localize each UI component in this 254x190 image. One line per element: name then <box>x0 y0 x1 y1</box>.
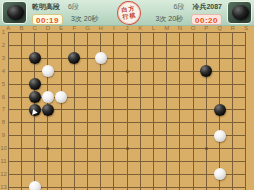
black-stone-avatar-icon <box>7 5 24 20</box>
grid-line-col-G <box>87 32 88 190</box>
black-stone-Q7 <box>214 104 226 116</box>
star-point-J4 <box>126 70 129 73</box>
row-label-12: 12 <box>0 171 7 177</box>
last-move-triangle-marker <box>30 108 37 115</box>
grid-line-col-K <box>140 32 141 190</box>
grid-line-col-J <box>127 32 128 190</box>
star-point-J10 <box>126 147 129 150</box>
black-player-rank: 6段 <box>68 2 79 12</box>
grid-line-col-A <box>8 32 9 190</box>
row-label-8: 8 <box>0 119 7 125</box>
white-stone-H3 <box>95 52 107 64</box>
go-app-window: ABCDEFGHIJKLMNOPQRS12345678910111213 乾明高… <box>0 0 254 190</box>
grid-line-row-8 <box>8 122 247 123</box>
grid-line-row-13 <box>8 187 247 188</box>
star-point-P10 <box>205 147 208 150</box>
row-label-5: 5 <box>0 81 7 87</box>
white-player-avatar-icon <box>232 5 249 20</box>
grid-line-col-B <box>21 32 22 190</box>
row-label-11: 11 <box>0 158 7 164</box>
white-player-timer: 00:20 <box>191 14 222 25</box>
black-player-avatar[interactable] <box>2 1 27 24</box>
row-label-1: 1 <box>0 29 7 35</box>
grid-line-row-1 <box>8 32 247 33</box>
white-stone-E6 <box>55 91 67 103</box>
black-player-timer: 00:19 <box>32 14 63 25</box>
white-player-byoyomi: 3次 20秒 <box>155 14 183 24</box>
black-stone-F3 <box>68 52 80 64</box>
white-player-name: 冷兵2087 <box>192 2 222 12</box>
black-player-name: 乾明高段 <box>32 2 60 12</box>
black-player-info: 乾明高段 6段 00:19 3次 20秒 <box>32 1 118 25</box>
grid-line-row-11 <box>8 161 247 162</box>
go-board[interactable]: ABCDEFGHIJKLMNOPQRS12345678910111213 <box>0 0 254 190</box>
black-stone-C3 <box>29 52 41 64</box>
black-stone-C7 <box>29 104 41 116</box>
row-label-10: 10 <box>0 145 7 151</box>
grid-line-row-12 <box>8 174 247 175</box>
white-stone-Q12 <box>214 168 226 180</box>
white-stone-Q9 <box>214 130 226 142</box>
grid-line-row-9 <box>8 135 247 136</box>
grid-line-col-M <box>166 32 167 190</box>
white-stone-C13 <box>29 181 41 190</box>
grid-line-row-2 <box>8 45 247 46</box>
grid-line-col-R <box>232 32 233 190</box>
row-label-13: 13 <box>0 184 7 190</box>
row-label-3: 3 <box>0 55 7 61</box>
star-point-D10 <box>46 147 49 150</box>
grid-line-row-5 <box>8 84 247 85</box>
grid-line-col-S <box>245 32 246 190</box>
row-label-9: 9 <box>0 132 7 138</box>
row-label-4: 4 <box>0 68 7 74</box>
black-player-byoyomi: 3次 20秒 <box>71 14 99 24</box>
white-player-info: 6段 冷兵2087 3次 20秒 00:20 <box>130 1 222 25</box>
grid-line-col-E <box>61 32 62 190</box>
grid-line-col-I <box>113 32 114 190</box>
grid-line-row-3 <box>8 58 247 59</box>
black-stone-C6 <box>29 91 41 103</box>
white-player-rank: 6段 <box>174 2 185 12</box>
row-label-2: 2 <box>0 42 7 48</box>
grid-line-col-O <box>193 32 194 190</box>
white-stone-D4 <box>42 65 54 77</box>
white-stone-D6 <box>42 91 54 103</box>
black-stone-C5 <box>29 78 41 90</box>
grid-line-col-N <box>179 32 180 190</box>
game-header: 乾明高段 6段 00:19 3次 20秒 白方 行棋 6段 冷兵2087 3次 … <box>0 0 254 26</box>
row-label-6: 6 <box>0 94 7 100</box>
black-stone-P4 <box>200 65 212 77</box>
grid-line-col-P <box>206 32 207 190</box>
white-player-avatar[interactable] <box>227 1 252 24</box>
grid-line-col-L <box>153 32 154 190</box>
row-label-7: 7 <box>0 106 7 112</box>
black-stone-D7 <box>42 104 54 116</box>
